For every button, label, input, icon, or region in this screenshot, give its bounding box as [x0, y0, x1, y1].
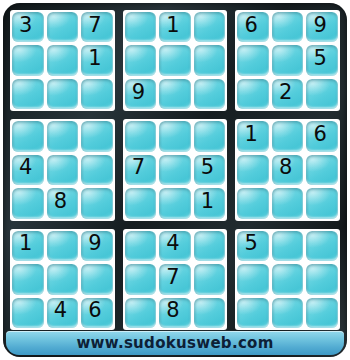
cell-r2c1[interactable] — [12, 45, 44, 75]
given-digit: 5 — [201, 157, 214, 178]
cell-r3c3[interactable] — [81, 79, 113, 109]
given-digit: 5 — [314, 48, 327, 69]
given-digit: 1 — [201, 191, 214, 212]
cell-r7c4[interactable] — [125, 231, 157, 261]
box-3: 6952 — [235, 10, 340, 111]
given-digit: 8 — [279, 157, 292, 178]
given-digit: 7 — [132, 157, 145, 178]
site-url-label[interactable]: www.sudokusweb.com — [76, 336, 273, 351]
cell-r2c8[interactable] — [272, 45, 304, 75]
cell-r5c6[interactable]: 5 — [194, 155, 226, 185]
cell-r3c2[interactable] — [47, 79, 79, 109]
cell-r8c8[interactable] — [272, 264, 304, 294]
given-digit: 2 — [279, 82, 292, 103]
cell-r5c1[interactable]: 4 — [12, 155, 44, 185]
cell-r6c2[interactable]: 8 — [47, 188, 79, 218]
cell-r1c3[interactable]: 7 — [81, 12, 113, 42]
cell-r3c5[interactable] — [159, 79, 191, 109]
given-digit: 4 — [54, 300, 67, 321]
cell-r4c2[interactable] — [47, 121, 79, 151]
box-2: 19 — [123, 10, 228, 111]
cell-r9c4[interactable] — [125, 298, 157, 328]
cell-r1c9[interactable]: 9 — [306, 12, 338, 42]
cell-r5c5[interactable] — [159, 155, 191, 185]
cell-r8c6[interactable] — [194, 264, 226, 294]
footer-bar: www.sudokusweb.com — [6, 331, 344, 355]
cell-r5c4[interactable]: 7 — [125, 155, 157, 185]
cell-r7c2[interactable] — [47, 231, 79, 261]
cell-r5c8[interactable]: 8 — [272, 155, 304, 185]
cell-r1c6[interactable] — [194, 12, 226, 42]
given-digit: 9 — [132, 82, 145, 103]
cell-r2c5[interactable] — [159, 45, 191, 75]
cell-r4c9[interactable]: 6 — [306, 121, 338, 151]
given-digit: 1 — [166, 15, 179, 36]
cell-r8c3[interactable] — [81, 264, 113, 294]
cell-r6c7[interactable] — [237, 188, 269, 218]
cell-r4c5[interactable] — [159, 121, 191, 151]
cell-r7c9[interactable] — [306, 231, 338, 261]
cell-r3c8[interactable]: 2 — [272, 79, 304, 109]
cell-r8c1[interactable] — [12, 264, 44, 294]
given-digit: 8 — [54, 191, 67, 212]
given-digit: 9 — [88, 233, 101, 254]
cell-r6c3[interactable] — [81, 188, 113, 218]
cell-r9c2[interactable]: 4 — [47, 298, 79, 328]
sudoku-widget: 3711969524875116819464785 www.sudokusweb… — [0, 0, 350, 360]
cell-r7c5[interactable]: 4 — [159, 231, 191, 261]
cell-r1c1[interactable]: 3 — [12, 12, 44, 42]
cell-r7c6[interactable] — [194, 231, 226, 261]
cell-r2c3[interactable]: 1 — [81, 45, 113, 75]
cell-r3c7[interactable] — [237, 79, 269, 109]
cell-r4c8[interactable] — [272, 121, 304, 151]
given-digit: 6 — [88, 300, 101, 321]
given-digit: 1 — [244, 124, 257, 145]
cell-r8c7[interactable] — [237, 264, 269, 294]
box-4: 48 — [10, 119, 115, 220]
cell-r6c4[interactable] — [125, 188, 157, 218]
cell-r9c8[interactable] — [272, 298, 304, 328]
cell-r6c9[interactable] — [306, 188, 338, 218]
cell-r2c9[interactable]: 5 — [306, 45, 338, 75]
cell-r6c8[interactable] — [272, 188, 304, 218]
cell-r8c5[interactable]: 7 — [159, 264, 191, 294]
cell-r7c1[interactable]: 1 — [12, 231, 44, 261]
given-digit: 1 — [88, 48, 101, 69]
given-digit: 7 — [88, 15, 101, 36]
given-digit: 3 — [19, 15, 32, 36]
cell-r2c4[interactable] — [125, 45, 157, 75]
cell-r9c7[interactable] — [237, 298, 269, 328]
cell-r1c2[interactable] — [47, 12, 79, 42]
cell-r4c1[interactable] — [12, 121, 44, 151]
given-digit: 1 — [19, 233, 32, 254]
cell-r6c5[interactable] — [159, 188, 191, 218]
cell-r5c9[interactable] — [306, 155, 338, 185]
cell-r9c9[interactable] — [306, 298, 338, 328]
given-digit: 9 — [314, 15, 327, 36]
cell-r4c6[interactable] — [194, 121, 226, 151]
cell-r9c5[interactable]: 8 — [159, 298, 191, 328]
cell-r9c3[interactable]: 6 — [81, 298, 113, 328]
given-digit: 8 — [166, 300, 179, 321]
cell-r1c8[interactable] — [272, 12, 304, 42]
cell-r4c4[interactable] — [125, 121, 157, 151]
cell-r9c1[interactable] — [12, 298, 44, 328]
cell-r3c6[interactable] — [194, 79, 226, 109]
cell-r3c1[interactable] — [12, 79, 44, 109]
cell-r7c3[interactable]: 9 — [81, 231, 113, 261]
cell-r1c5[interactable]: 1 — [159, 12, 191, 42]
box-8: 478 — [123, 229, 228, 330]
given-digit: 6 — [314, 124, 327, 145]
cell-r1c4[interactable] — [125, 12, 157, 42]
given-digit: 7 — [166, 267, 179, 288]
cell-r5c3[interactable] — [81, 155, 113, 185]
cell-r4c7[interactable]: 1 — [237, 121, 269, 151]
sudoku-board: 3711969524875116819464785 — [10, 10, 340, 330]
cell-r2c6[interactable] — [194, 45, 226, 75]
given-digit: 5 — [244, 233, 257, 254]
cell-r3c4[interactable]: 9 — [125, 79, 157, 109]
cell-r9c6[interactable] — [194, 298, 226, 328]
cell-r7c7[interactable]: 5 — [237, 231, 269, 261]
cell-r8c2[interactable] — [47, 264, 79, 294]
cell-r5c7[interactable] — [237, 155, 269, 185]
cell-r6c6[interactable]: 1 — [194, 188, 226, 218]
box-5: 751 — [123, 119, 228, 220]
box-9: 5 — [235, 229, 340, 330]
box-7: 1946 — [10, 229, 115, 330]
cell-r2c7[interactable] — [237, 45, 269, 75]
cell-r5c2[interactable] — [47, 155, 79, 185]
cell-r4c3[interactable] — [81, 121, 113, 151]
given-digit: 4 — [166, 233, 179, 254]
cell-r2c2[interactable] — [47, 45, 79, 75]
cell-r8c4[interactable] — [125, 264, 157, 294]
box-6: 168 — [235, 119, 340, 220]
cell-r7c8[interactable] — [272, 231, 304, 261]
cell-r8c9[interactable] — [306, 264, 338, 294]
given-digit: 4 — [19, 157, 32, 178]
box-1: 371 — [10, 10, 115, 111]
given-digit: 6 — [244, 15, 257, 36]
cell-r1c7[interactable]: 6 — [237, 12, 269, 42]
cell-r6c1[interactable] — [12, 188, 44, 218]
cell-r3c9[interactable] — [306, 79, 338, 109]
